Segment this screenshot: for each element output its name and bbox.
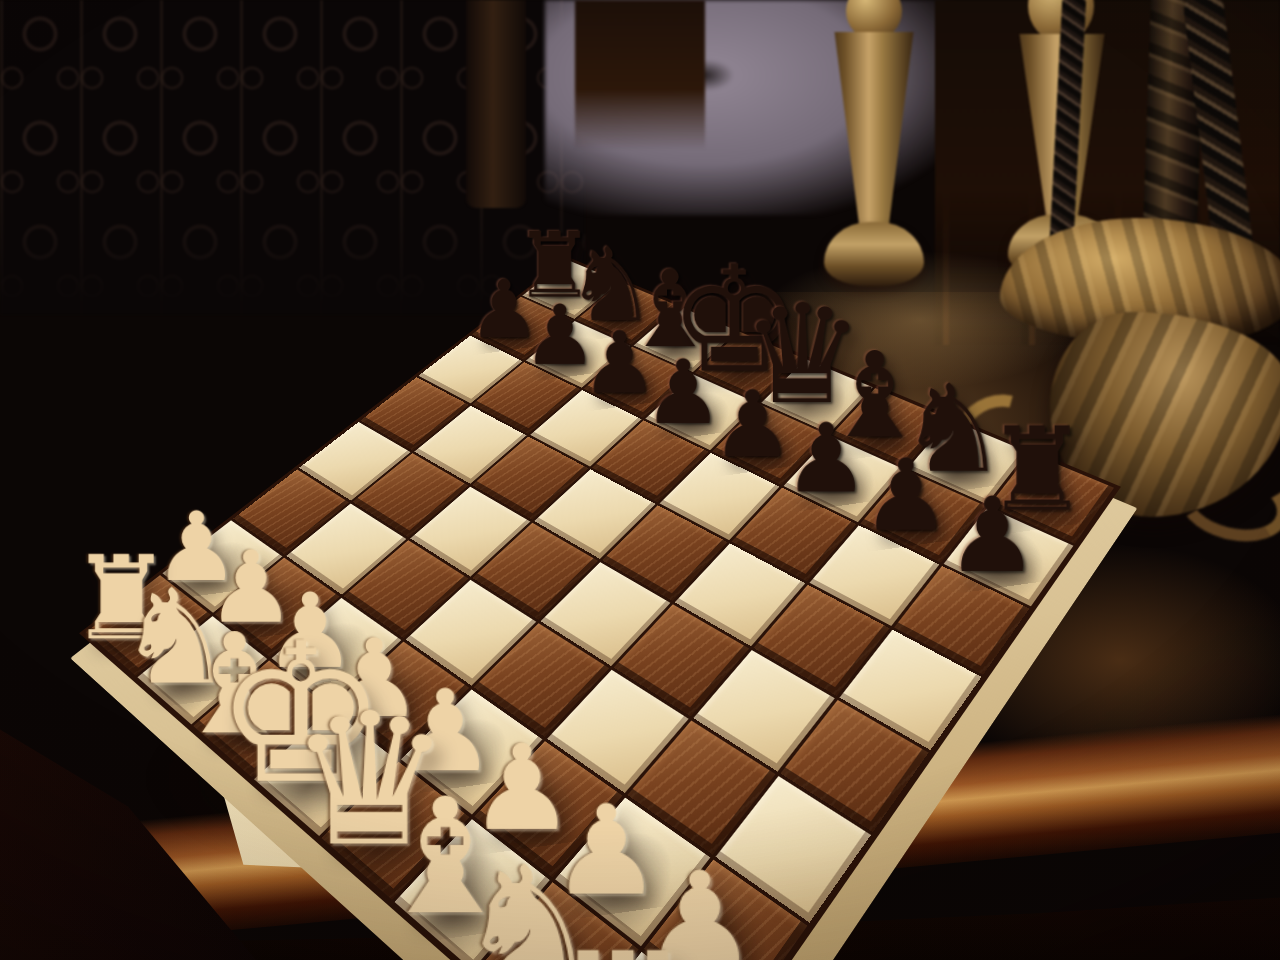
square-h1[interactable]: ♜	[565, 952, 737, 960]
board-3d-scene: ♜♞♝♚♛♝♞♜♟♟♟♟♟♟♟♟♟♟♟♟♟♟♟♟♜♞♝♚♛♝♞♜	[0, 0, 1280, 960]
photo-scene: ♜♞♝♚♛♝♞♜♟♟♟♟♟♟♟♟♟♟♟♟♟♟♟♟♜♞♝♚♛♝♞♜	[0, 0, 1280, 960]
chess-board[interactable]: ♜♞♝♚♛♝♞♜♟♟♟♟♟♟♟♟♟♟♟♟♟♟♟♟♜♞♝♚♛♝♞♜	[79, 257, 1121, 960]
piece-black-pawn-h7[interactable]: ♟	[882, 487, 1103, 585]
piece-white-rook-h1[interactable]: ♜	[476, 936, 770, 960]
